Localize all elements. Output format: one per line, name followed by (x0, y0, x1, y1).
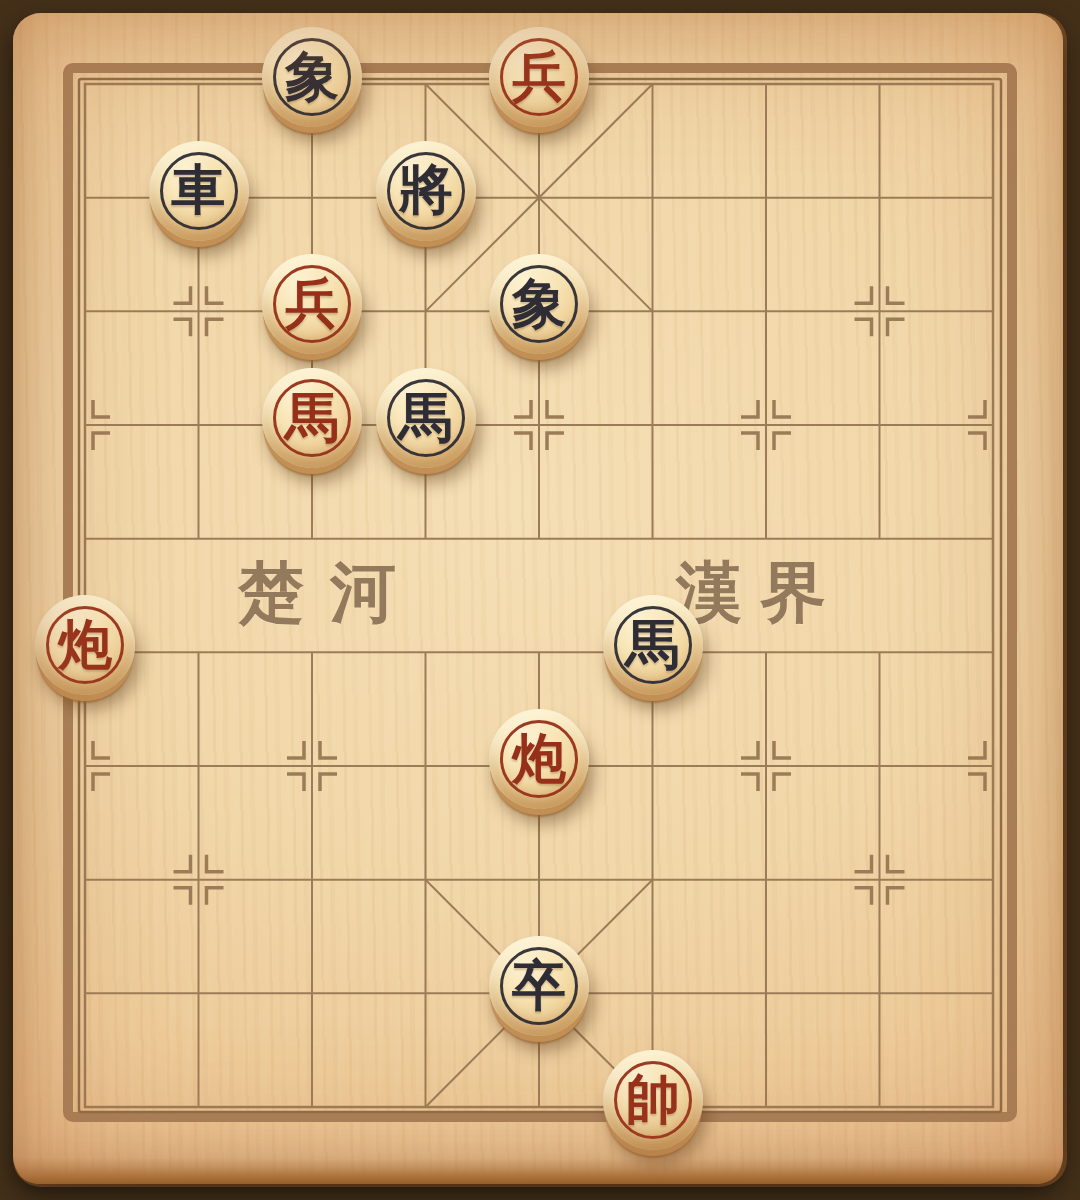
xiangqi-game-scene: 楚河 漢界 象兵車將兵象馬馬炮馬炮卒帥 (0, 0, 1080, 1200)
piece-character: 卒 (489, 936, 589, 1036)
piece-black-horse[interactable]: 馬 (603, 595, 703, 695)
piece-black-elephant[interactable]: 象 (262, 27, 362, 127)
piece-character: 車 (149, 141, 249, 241)
piece-black-general[interactable]: 將 (376, 141, 476, 241)
pieces-layer: 象兵車將兵象馬馬炮馬炮卒帥 (0, 0, 1080, 1200)
piece-character: 帥 (603, 1050, 703, 1150)
piece-red-cannon[interactable]: 炮 (489, 709, 589, 809)
piece-character: 馬 (603, 595, 703, 695)
piece-red-general[interactable]: 帥 (603, 1050, 703, 1150)
piece-red-cannon[interactable]: 炮 (35, 595, 135, 695)
piece-character: 兵 (489, 27, 589, 127)
piece-character: 炮 (35, 595, 135, 695)
piece-character: 象 (489, 254, 589, 354)
piece-black-soldier[interactable]: 卒 (489, 936, 589, 1036)
piece-red-soldier[interactable]: 兵 (489, 27, 589, 127)
piece-red-horse[interactable]: 馬 (262, 368, 362, 468)
piece-character: 炮 (489, 709, 589, 809)
piece-character: 馬 (376, 368, 476, 468)
piece-character: 馬 (262, 368, 362, 468)
piece-black-horse[interactable]: 馬 (376, 368, 476, 468)
piece-character: 兵 (262, 254, 362, 354)
piece-black-elephant[interactable]: 象 (489, 254, 589, 354)
piece-character: 將 (376, 141, 476, 241)
piece-red-soldier[interactable]: 兵 (262, 254, 362, 354)
piece-character: 象 (262, 27, 362, 127)
piece-black-chariot[interactable]: 車 (149, 141, 249, 241)
